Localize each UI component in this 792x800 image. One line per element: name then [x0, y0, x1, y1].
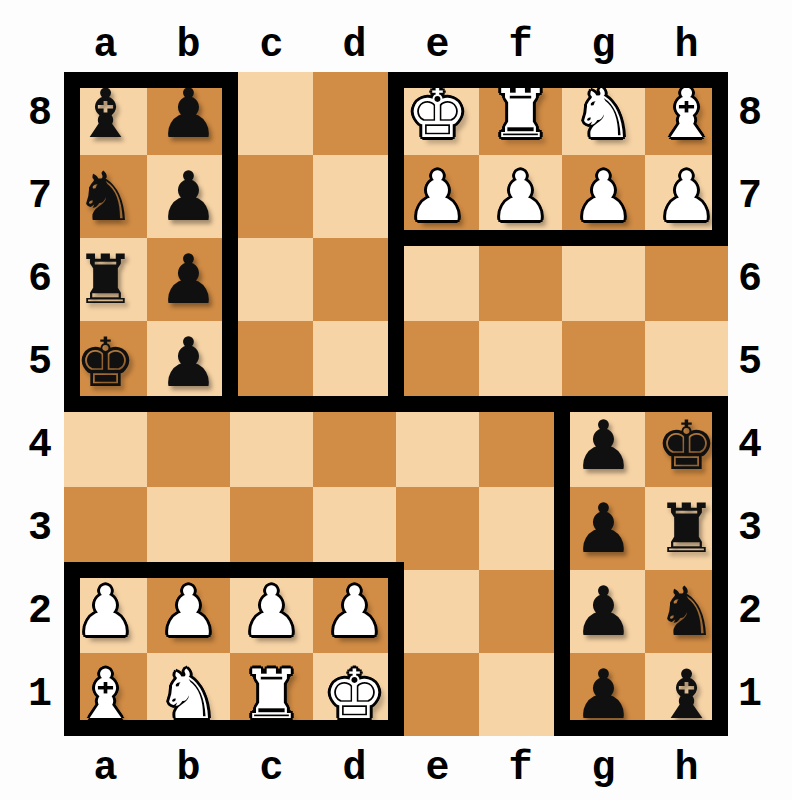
square-g3[interactable]: ♟: [562, 487, 645, 570]
square-d6[interactable]: [313, 238, 396, 321]
square-e3[interactable]: [396, 487, 479, 570]
rank-label-4: 4: [0, 404, 58, 487]
file-label-d: d: [313, 740, 396, 796]
square-e4[interactable]: [396, 404, 479, 487]
square-c7[interactable]: [230, 155, 313, 238]
file-label-g: g: [562, 17, 645, 73]
square-f7[interactable]: ♟: [479, 155, 562, 238]
piece-white-pawn[interactable]: ♟: [573, 155, 634, 238]
piece-black-pawn[interactable]: ♟: [158, 72, 219, 155]
square-h5[interactable]: [645, 321, 728, 404]
rank-label-5: 5: [732, 321, 790, 404]
square-b4[interactable]: [147, 404, 230, 487]
piece-black-king[interactable]: ♚: [656, 404, 717, 487]
square-b3[interactable]: [147, 487, 230, 570]
rank-label-3: 3: [732, 487, 790, 570]
square-a6[interactable]: ♜: [64, 238, 147, 321]
piece-white-pawn[interactable]: ♟: [158, 570, 219, 653]
rank-label-1: 1: [732, 653, 790, 736]
piece-white-pawn[interactable]: ♟: [324, 570, 385, 653]
piece-white-knight[interactable]: ♞: [573, 72, 634, 155]
square-b2[interactable]: ♟: [147, 570, 230, 653]
file-label-h: h: [645, 17, 728, 73]
rank-label-5: 5: [0, 321, 58, 404]
file-label-f: f: [479, 17, 562, 73]
file-label-f: f: [479, 740, 562, 796]
square-f4[interactable]: [479, 404, 562, 487]
square-g2[interactable]: ♟: [562, 570, 645, 653]
rank-label-6: 6: [732, 238, 790, 321]
square-c3[interactable]: [230, 487, 313, 570]
square-g7[interactable]: ♟: [562, 155, 645, 238]
square-g6[interactable]: [562, 238, 645, 321]
square-e6[interactable]: [396, 238, 479, 321]
square-b6[interactable]: ♟: [147, 238, 230, 321]
piece-black-pawn[interactable]: ♟: [158, 155, 219, 238]
rank-label-7: 7: [732, 155, 790, 238]
square-f2[interactable]: [479, 570, 562, 653]
piece-black-pawn[interactable]: ♟: [573, 653, 634, 736]
square-g1[interactable]: ♟: [562, 653, 645, 736]
chess-board: ♝♟♚♜♞♝♞♟♟♟♟♟♜♟♚♟♟♚♟♜♟♟♟♟♟♞♝♞♜♚♟♝: [64, 72, 728, 736]
file-label-e: e: [396, 17, 479, 73]
square-d8[interactable]: [313, 72, 396, 155]
square-a2[interactable]: ♟: [64, 570, 147, 653]
square-g8[interactable]: ♞: [562, 72, 645, 155]
file-label-a: a: [64, 740, 147, 796]
square-h2[interactable]: ♞: [645, 570, 728, 653]
file-label-g: g: [562, 740, 645, 796]
piece-white-pawn[interactable]: ♟: [490, 155, 551, 238]
piece-black-bishop[interactable]: ♝: [656, 653, 717, 736]
square-b8[interactable]: ♟: [147, 72, 230, 155]
piece-white-bishop[interactable]: ♝: [75, 653, 136, 736]
piece-white-king[interactable]: ♚: [407, 72, 468, 155]
square-c2[interactable]: ♟: [230, 570, 313, 653]
rank-label-6: 6: [0, 238, 58, 321]
chess-diagram: abcdefgh abcdefgh 87654321 87654321 ♝♟♚♜…: [0, 0, 792, 800]
piece-black-rook[interactable]: ♜: [75, 238, 136, 321]
square-e1[interactable]: [396, 653, 479, 736]
square-a8[interactable]: ♝: [64, 72, 147, 155]
square-a7[interactable]: ♞: [64, 155, 147, 238]
piece-black-rook[interactable]: ♜: [656, 487, 717, 570]
square-d4[interactable]: [313, 404, 396, 487]
piece-white-king[interactable]: ♚: [324, 653, 385, 736]
file-labels-bottom: abcdefgh: [64, 740, 728, 796]
square-f8[interactable]: ♜: [479, 72, 562, 155]
rank-label-2: 2: [0, 570, 58, 653]
square-f3[interactable]: [479, 487, 562, 570]
square-c6[interactable]: [230, 238, 313, 321]
square-f6[interactable]: [479, 238, 562, 321]
square-h7[interactable]: ♟: [645, 155, 728, 238]
square-e2[interactable]: [396, 570, 479, 653]
piece-white-bishop[interactable]: ♝: [656, 72, 717, 155]
square-d7[interactable]: [313, 155, 396, 238]
piece-white-pawn[interactable]: ♟: [407, 155, 468, 238]
piece-black-pawn[interactable]: ♟: [573, 487, 634, 570]
square-d5[interactable]: [313, 321, 396, 404]
rank-labels-right: 87654321: [732, 72, 790, 736]
piece-black-king[interactable]: ♚: [75, 321, 136, 404]
piece-black-pawn[interactable]: ♟: [158, 321, 219, 404]
piece-white-pawn[interactable]: ♟: [75, 570, 136, 653]
piece-black-knight[interactable]: ♞: [75, 155, 136, 238]
rank-label-2: 2: [732, 570, 790, 653]
square-e5[interactable]: [396, 321, 479, 404]
square-d2[interactable]: ♟: [313, 570, 396, 653]
square-g5[interactable]: [562, 321, 645, 404]
piece-black-knight[interactable]: ♞: [656, 570, 717, 653]
piece-white-pawn[interactable]: ♟: [241, 570, 302, 653]
square-c5[interactable]: [230, 321, 313, 404]
square-e8[interactable]: ♚: [396, 72, 479, 155]
file-label-c: c: [230, 17, 313, 73]
square-c4[interactable]: [230, 404, 313, 487]
square-h8[interactable]: ♝: [645, 72, 728, 155]
file-label-a: a: [64, 17, 147, 73]
piece-black-bishop[interactable]: ♝: [75, 72, 136, 155]
square-b7[interactable]: ♟: [147, 155, 230, 238]
square-h3[interactable]: ♜: [645, 487, 728, 570]
rank-label-3: 3: [0, 487, 58, 570]
rank-label-8: 8: [0, 72, 58, 155]
square-e7[interactable]: ♟: [396, 155, 479, 238]
piece-white-rook[interactable]: ♜: [490, 72, 551, 155]
square-c1[interactable]: ♜: [230, 653, 313, 736]
file-label-e: e: [396, 740, 479, 796]
square-d3[interactable]: [313, 487, 396, 570]
square-a1[interactable]: ♝: [64, 653, 147, 736]
rank-label-1: 1: [0, 653, 58, 736]
file-label-b: b: [147, 17, 230, 73]
square-g4[interactable]: ♟: [562, 404, 645, 487]
square-b5[interactable]: ♟: [147, 321, 230, 404]
file-label-b: b: [147, 740, 230, 796]
rank-label-7: 7: [0, 155, 58, 238]
square-a5[interactable]: ♚: [64, 321, 147, 404]
piece-white-knight[interactable]: ♞: [158, 653, 219, 736]
square-h1[interactable]: ♝: [645, 653, 728, 736]
square-a3[interactable]: [64, 487, 147, 570]
file-label-d: d: [313, 17, 396, 73]
square-h6[interactable]: [645, 238, 728, 321]
rank-label-4: 4: [732, 404, 790, 487]
piece-white-pawn[interactable]: ♟: [656, 155, 717, 238]
rank-labels-left: 87654321: [0, 72, 58, 736]
piece-black-pawn[interactable]: ♟: [573, 570, 634, 653]
file-label-h: h: [645, 740, 728, 796]
square-a4[interactable]: [64, 404, 147, 487]
square-h4[interactable]: ♚: [645, 404, 728, 487]
file-label-c: c: [230, 740, 313, 796]
square-f5[interactable]: [479, 321, 562, 404]
rank-label-8: 8: [732, 72, 790, 155]
piece-white-rook[interactable]: ♜: [241, 653, 302, 736]
square-b1[interactable]: ♞: [147, 653, 230, 736]
file-labels-top: abcdefgh: [64, 17, 728, 73]
square-f1[interactable]: [479, 653, 562, 736]
square-c8[interactable]: [230, 72, 313, 155]
piece-black-pawn[interactable]: ♟: [573, 404, 634, 487]
piece-black-pawn[interactable]: ♟: [158, 238, 219, 321]
square-d1[interactable]: ♚: [313, 653, 396, 736]
